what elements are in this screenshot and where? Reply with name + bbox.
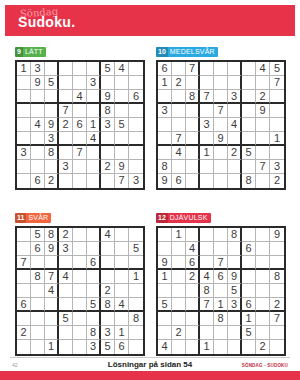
sudoku-cell-r9c7 (101, 174, 115, 188)
sudoku-cell-r1c6: 8 (228, 228, 242, 242)
sudoku-cell-r7c8 (256, 146, 270, 160)
sudoku-cell-r9c4 (59, 340, 73, 354)
sudoku-cell-r1c4 (59, 62, 73, 76)
sudoku-cell-r2c1: 1 (158, 76, 172, 90)
sudoku-cell-r8c4 (200, 326, 214, 340)
sudoku-cell-r8c9 (129, 326, 143, 340)
sudoku-cell-r7c8 (256, 312, 270, 326)
difficulty-label: LÄTT (23, 47, 46, 57)
sudoku-cell-r4c3 (186, 104, 200, 118)
sudoku-cell-r2c6 (228, 242, 242, 256)
sudoku-cell-r6c1 (17, 132, 31, 146)
sudoku-cell-r7c9: 8 (129, 312, 143, 326)
sudoku-cell-r9c9 (270, 340, 284, 354)
sudoku-cell-r6c8: 4 (115, 298, 129, 312)
sudoku-cell-r6c3 (186, 132, 200, 146)
sudoku-cell-r1c4: 2 (59, 228, 73, 242)
sudoku-cell-r4c5 (73, 104, 87, 118)
sudoku-cell-r2c7 (242, 76, 256, 90)
sudoku-cell-r7c4: 1 (200, 146, 214, 160)
sudoku-cell-r5c9 (270, 118, 284, 132)
sudoku-cell-r9c5 (214, 174, 228, 188)
sudoku-cell-r3c7 (242, 256, 256, 270)
sudoku-cell-r6c5 (73, 298, 87, 312)
sudoku-cell-r5c2 (172, 284, 186, 298)
difficulty-label: DJÄVULSK (168, 213, 211, 223)
sudoku-cell-r1c5 (73, 228, 87, 242)
sudoku-cell-r3c4 (200, 256, 214, 270)
sudoku-cell-r3c2 (31, 90, 45, 104)
sudoku-cell-r3c6 (87, 90, 101, 104)
sudoku-cell-r3c9 (270, 90, 284, 104)
sudoku-cell-r4c7 (242, 104, 256, 118)
sudoku-cell-r6c7: 6 (242, 298, 256, 312)
sudoku-cell-r4c2 (172, 104, 186, 118)
sudoku-cell-r4c4: 4 (59, 270, 73, 284)
sudoku-cell-r9c5 (73, 340, 87, 354)
puzzle-11-svar: 11 SVÅR 582469357687414265845828311356 (15, 206, 145, 356)
sudoku-cell-r8c3 (186, 160, 200, 174)
sudoku-cell-r5c1 (158, 118, 172, 132)
sudoku-cell-r7c9 (129, 146, 143, 160)
sudoku-cell-r1c1 (17, 228, 31, 242)
sudoku-cell-r7c4: 5 (59, 312, 73, 326)
sudoku-cell-r4c8 (115, 270, 129, 284)
sudoku-cell-r1c1: 6 (158, 62, 172, 76)
sudoku-cell-r8c1: 8 (158, 160, 172, 174)
sudoku-cell-r9c9: 2 (270, 174, 284, 188)
sudoku-cell-r5c8 (115, 284, 129, 298)
sudoku-cell-r6c1 (158, 132, 172, 146)
sudoku-cell-r7c5 (73, 312, 87, 326)
sudoku-cell-r5c3: 4 (45, 284, 59, 298)
sudoku-cell-r9c5 (214, 340, 228, 354)
sudoku-cell-r1c3 (186, 228, 200, 242)
sudoku-cell-r8c4: 3 (59, 160, 73, 174)
sudoku-cell-r8c9 (270, 326, 284, 340)
sudoku-cell-r3c5 (214, 90, 228, 104)
sudoku-cell-r6c3 (45, 298, 59, 312)
sudoku-cell-r7c2 (31, 312, 45, 326)
sudoku-cell-r3c1: 9 (158, 256, 172, 270)
sudoku-cell-r3c1 (17, 90, 31, 104)
sudoku-cell-r5c5: 6 (73, 118, 87, 132)
sudoku-cell-r4c2 (172, 270, 186, 284)
sudoku-cell-r7c4 (200, 312, 214, 326)
sudoku-cell-r5c9 (270, 284, 284, 298)
sudoku-cell-r7c7 (101, 146, 115, 160)
sudoku-cell-r8c4 (59, 326, 73, 340)
sudoku-cell-r8c5 (73, 160, 87, 174)
sudoku-cell-r5c2: 4 (31, 118, 45, 132)
sudoku-cell-r7c6 (87, 146, 101, 160)
sudoku-cell-r3c1 (158, 90, 172, 104)
sudoku-cell-r5c1 (158, 284, 172, 298)
sudoku-cell-r3c2 (172, 256, 186, 270)
sudoku-cell-r3c5 (73, 256, 87, 270)
sudoku-cell-r8c6: 8 (87, 326, 101, 340)
sudoku-cell-r5c4: 3 (200, 118, 214, 132)
sudoku-cell-r8c8 (256, 326, 270, 340)
sudoku-cell-r6c2 (31, 132, 45, 146)
puzzle-9-latt: 9 LÄTT 1354953496784926135343873296273 (15, 40, 145, 190)
sudoku-cell-r9c9 (129, 340, 143, 354)
sudoku-cell-r2c7 (101, 76, 115, 90)
difficulty-badge: 11 SVÅR (15, 213, 51, 223)
sudoku-cell-r2c3: 5 (45, 76, 59, 90)
sudoku-cell-r1c4 (200, 228, 214, 242)
sudoku-cell-r9c7: 8 (242, 174, 256, 188)
sudoku-cell-r6c9: 2 (270, 298, 284, 312)
footer-credit: SÖNDAG · SUDOKU (242, 363, 288, 368)
sudoku-cell-r2c4 (200, 76, 214, 90)
sudoku-cell-r4c6: 9 (228, 270, 242, 284)
bottom-red-bar (0, 371, 300, 380)
sudoku-cell-r3c8 (115, 256, 129, 270)
sudoku-cell-r1c7 (242, 228, 256, 242)
difficulty-label: SVÅR (26, 213, 51, 223)
sudoku-cell-r9c3: 2 (45, 174, 59, 188)
sudoku-cell-r3c6 (228, 256, 242, 270)
sudoku-cell-r2c6 (228, 76, 242, 90)
sudoku-cell-r6c3 (186, 298, 200, 312)
sudoku-cell-r4c1: 1 (158, 270, 172, 284)
sudoku-cell-r4c4: 7 (59, 104, 73, 118)
sudoku-cell-r1c5 (214, 228, 228, 242)
sudoku-cell-r3c2 (172, 90, 186, 104)
sudoku-cell-r2c4 (59, 76, 73, 90)
sudoku-cell-r9c1: 4 (158, 340, 172, 354)
sudoku-cell-r8c5 (214, 326, 228, 340)
sudoku-cell-r8c9 (129, 160, 143, 174)
puzzle-number: 11 (15, 213, 26, 223)
sudoku-cell-r8c2 (31, 160, 45, 174)
sudoku-cell-r4c8 (256, 270, 270, 284)
sudoku-cell-r9c6 (228, 340, 242, 354)
sudoku-cell-r2c3: 4 (186, 242, 200, 256)
sudoku-cell-r1c9: 9 (270, 228, 284, 242)
sudoku-cell-r6c3: 3 (45, 132, 59, 146)
sudoku-cell-r1c6 (87, 228, 101, 242)
sudoku-cell-r7c2 (31, 146, 45, 160)
sudoku-cell-r8c1 (17, 160, 31, 174)
sudoku-cell-r3c2 (31, 256, 45, 270)
sudoku-cell-r3c7 (101, 256, 115, 270)
sudoku-cell-r2c3: 9 (45, 242, 59, 256)
sudoku-cell-r2c2: 2 (172, 76, 186, 90)
footer-divider (10, 357, 290, 358)
sudoku-cell-r2c5 (214, 76, 228, 90)
sudoku-cell-r2c9: 5 (129, 242, 143, 256)
sudoku-cell-r8c9: 3 (270, 160, 284, 174)
sudoku-cell-r2c1 (17, 76, 31, 90)
sudoku-cell-r7c3 (186, 312, 200, 326)
sudoku-cell-r4c1 (17, 104, 31, 118)
sudoku-cell-r2c6 (87, 242, 101, 256)
sudoku-cell-r6c6: 4 (87, 132, 101, 146)
sudoku-cell-r9c9: 3 (129, 174, 143, 188)
sudoku-cell-r7c5: 8 (214, 312, 228, 326)
sudoku-cell-r8c5 (214, 160, 228, 174)
sudoku-cell-r5c6: 5 (228, 284, 242, 298)
sudoku-cell-r5c4: 2 (59, 118, 73, 132)
sudoku-cell-r3c9 (270, 256, 284, 270)
sudoku-cell-r5c8 (256, 284, 270, 298)
sudoku-cell-r1c7: 5 (101, 62, 115, 76)
sudoku-cell-r2c8 (256, 242, 270, 256)
sudoku-cell-r9c3 (186, 174, 200, 188)
sudoku-cell-r3c8: 2 (256, 90, 270, 104)
sudoku-cell-r9c8 (256, 174, 270, 188)
sudoku-cell-r2c2: 9 (31, 76, 45, 90)
sudoku-cell-r7c6 (87, 312, 101, 326)
sudoku-cell-r3c8 (256, 256, 270, 270)
sudoku-cell-r3c6: 6 (87, 256, 101, 270)
sudoku-cell-r7c5: 7 (73, 146, 87, 160)
sudoku-cell-r4c2 (31, 104, 45, 118)
sudoku-cell-r1c3: 7 (186, 62, 200, 76)
sudoku-cell-r6c8 (256, 298, 270, 312)
sudoku-cell-r6c6 (228, 132, 242, 146)
sudoku-cell-r8c5 (73, 326, 87, 340)
sudoku-cell-r4c9: 8 (270, 270, 284, 284)
sudoku-cell-r1c8: 4 (256, 62, 270, 76)
sudoku-cell-r9c8: 2 (256, 340, 270, 354)
sudoku-cell-r2c4 (200, 242, 214, 256)
sudoku-cell-r8c4 (200, 160, 214, 174)
sudoku-cell-r1c7: 4 (101, 228, 115, 242)
sudoku-cell-r6c8 (115, 132, 129, 146)
sudoku-cell-r8c6 (228, 160, 242, 174)
sudoku-cell-r7c1 (17, 312, 31, 326)
sudoku-cell-r6c5 (73, 132, 87, 146)
sudoku-cell-r6c5: 9 (214, 132, 228, 146)
sudoku-cell-r9c6: 3 (87, 340, 101, 354)
masthead-title: Sudoku. (18, 14, 75, 30)
sudoku-cell-r8c7: 2 (101, 160, 115, 174)
sudoku-cell-r2c5 (214, 242, 228, 256)
sudoku-cell-r9c8: 6 (115, 340, 129, 354)
sudoku-cell-r3c9: 6 (129, 90, 143, 104)
sudoku-cell-r4c4 (200, 104, 214, 118)
sudoku-cell-r7c1 (158, 146, 172, 160)
sudoku-cell-r5c6: 1 (87, 118, 101, 132)
sudoku-cell-r3c4 (59, 256, 73, 270)
sudoku-cell-r8c8: 1 (115, 326, 129, 340)
sudoku-cell-r1c9 (129, 62, 143, 76)
sudoku-cell-r9c3 (186, 340, 200, 354)
sudoku-cell-r9c6 (228, 174, 242, 188)
sudoku-cell-r7c7: 1 (242, 312, 256, 326)
sudoku-cell-r7c1: 3 (17, 146, 31, 160)
sudoku-cell-r6c9 (129, 132, 143, 146)
sudoku-cell-r2c3 (186, 76, 200, 90)
sudoku-cell-r1c2: 3 (31, 62, 45, 76)
sudoku-cell-r8c2 (31, 326, 45, 340)
sudoku-cell-r7c6: 2 (228, 146, 242, 160)
sudoku-cell-r4c7: 8 (101, 104, 115, 118)
sudoku-cell-r6c6: 5 (87, 298, 101, 312)
sudoku-cell-r4c5: 6 (214, 270, 228, 284)
sudoku-cell-r6c4 (59, 298, 73, 312)
sudoku-cell-r1c7 (242, 62, 256, 76)
sudoku-cell-r7c1 (158, 312, 172, 326)
sudoku-cell-r2c7 (101, 242, 115, 256)
sudoku-cell-r5c7 (242, 284, 256, 298)
sudoku-cell-r6c7 (242, 132, 256, 146)
sudoku-cell-r6c2 (172, 298, 186, 312)
sudoku-cell-r5c3 (186, 284, 200, 298)
sudoku-cell-r5c5 (214, 118, 228, 132)
sudoku-cell-r4c6 (87, 104, 101, 118)
sudoku-cell-r4c9: 1 (129, 270, 143, 284)
sudoku-cell-r3c7 (242, 90, 256, 104)
sudoku-cell-r9c4 (200, 174, 214, 188)
sudoku-cell-r1c1: 1 (17, 62, 31, 76)
sudoku-cell-r3c3 (45, 90, 59, 104)
difficulty-badge: 12 DJÄVULSK (156, 213, 211, 223)
sudoku-cell-r8c3 (45, 160, 59, 174)
sudoku-cell-r4c7 (242, 270, 256, 284)
sudoku-cell-r5c2 (31, 284, 45, 298)
sudoku-cell-r5c2 (172, 118, 186, 132)
sudoku-cell-r1c6 (87, 62, 101, 76)
sudoku-cell-r5c8 (256, 118, 270, 132)
sudoku-cell-r7c3 (45, 312, 59, 326)
sudoku-cell-r4c4: 4 (200, 270, 214, 284)
sudoku-grid-10: 674512787323793479141258739682 (156, 60, 286, 190)
sudoku-cell-r8c2 (172, 160, 186, 174)
sudoku-cell-r1c4 (200, 62, 214, 76)
sudoku-cell-r6c9: 1 (270, 132, 284, 146)
sudoku-cell-r6c2 (31, 298, 45, 312)
sudoku-cell-r4c2: 8 (31, 270, 45, 284)
sudoku-cell-r9c6 (87, 174, 101, 188)
sudoku-cell-r4c8: 9 (256, 104, 270, 118)
sudoku-cell-r7c7: 5 (242, 146, 256, 160)
sudoku-cell-r5c1 (17, 118, 31, 132)
puzzle-number: 9 (15, 47, 23, 57)
sudoku-cell-r5c5 (214, 284, 228, 298)
sudoku-cell-r1c9 (129, 228, 143, 242)
sudoku-cell-r3c5: 7 (214, 256, 228, 270)
sudoku-cell-r4c5 (73, 270, 87, 284)
sudoku-cell-r1c2: 5 (31, 228, 45, 242)
sudoku-grid-11: 582469357687414265845828311356 (15, 226, 145, 356)
sudoku-cell-r4c1 (17, 270, 31, 284)
sudoku-cell-r6c8 (256, 132, 270, 146)
sudoku-cell-r2c9 (270, 242, 284, 256)
sudoku-cell-r2c9: 7 (270, 76, 284, 90)
sudoku-cell-r2c2: 6 (31, 242, 45, 256)
puzzle-number: 12 (156, 213, 168, 223)
sudoku-cell-r7c3: 8 (45, 146, 59, 160)
sudoku-cell-r8c6 (87, 160, 101, 174)
sudoku-grid-12: 189469671246988557136281725412 (156, 226, 286, 356)
sudoku-cell-r8c3 (45, 326, 59, 340)
sudoku-cell-r1c6 (228, 62, 242, 76)
sudoku-cell-r5c9 (129, 118, 143, 132)
sudoku-cell-r8c8: 9 (115, 160, 129, 174)
sudoku-cell-r6c9 (129, 298, 143, 312)
sudoku-cell-r7c9 (270, 146, 284, 160)
sudoku-cell-r8c6 (228, 326, 242, 340)
sudoku-cell-r4c3: 2 (186, 270, 200, 284)
sudoku-cell-r4c7 (101, 270, 115, 284)
sudoku-cell-r5c7: 2 (101, 284, 115, 298)
sudoku-cell-r4c3: 7 (45, 270, 59, 284)
sudoku-cell-r1c8 (115, 228, 129, 242)
masthead-banner: Söndag Sudoku. (5, 5, 295, 36)
sudoku-cell-r3c7: 9 (101, 90, 115, 104)
sudoku-cell-r2c7: 6 (242, 242, 256, 256)
sudoku-cell-r8c2: 2 (172, 326, 186, 340)
sudoku-cell-r6c2: 7 (172, 132, 186, 146)
sudoku-cell-r1c1 (158, 228, 172, 242)
difficulty-label: MEDELSVÅR (168, 47, 218, 57)
sudoku-cell-r2c9 (129, 76, 143, 90)
sudoku-cell-r9c7 (242, 340, 256, 354)
sudoku-cell-r2c4: 3 (59, 242, 73, 256)
sudoku-cell-r9c1: 9 (158, 174, 172, 188)
puzzle-12-djavulsk: 12 DJÄVULSK 1894696712469885571362817254… (156, 206, 286, 356)
sudoku-cell-r9c1 (17, 174, 31, 188)
sudoku-cell-r5c6: 4 (228, 118, 242, 132)
sudoku-cell-r8c1: 2 (17, 326, 31, 340)
puzzle-number: 10 (156, 47, 168, 57)
sudoku-cell-r6c6: 3 (228, 298, 242, 312)
sudoku-cell-r2c8 (256, 76, 270, 90)
sudoku-cell-r8c7: 5 (242, 326, 256, 340)
sudoku-cell-r4c9 (270, 104, 284, 118)
sudoku-cell-r7c2 (172, 312, 186, 326)
sudoku-cell-r5c4 (59, 284, 73, 298)
sudoku-cell-r7c5 (214, 146, 228, 160)
sudoku-cell-r5c4: 8 (200, 284, 214, 298)
difficulty-badge: 9 LÄTT (15, 47, 46, 57)
sudoku-cell-r7c8 (115, 146, 129, 160)
sudoku-page: Söndag Sudoku. 9 LÄTT 135495349678492613… (0, 0, 300, 380)
sudoku-cell-r4c8 (115, 104, 129, 118)
sudoku-cell-r6c7 (101, 132, 115, 146)
sudoku-cell-r1c8: 4 (115, 62, 129, 76)
sudoku-cell-r8c7: 3 (101, 326, 115, 340)
sudoku-cell-r4c6 (228, 104, 242, 118)
sudoku-cell-r2c5 (73, 242, 87, 256)
sudoku-cell-r9c2 (172, 340, 186, 354)
sudoku-cell-r2c8 (115, 242, 129, 256)
sudoku-cell-r4c9 (129, 104, 143, 118)
sudoku-cell-r5c3: 9 (45, 118, 59, 132)
sudoku-cell-r7c6 (228, 312, 242, 326)
sudoku-cell-r5c1 (17, 284, 31, 298)
puzzle-10-medelsvar: 10 MEDELSVÅR 674512787323793479141258739… (156, 40, 286, 190)
sudoku-cell-r2c5 (73, 76, 87, 90)
sudoku-cell-r5c3 (186, 118, 200, 132)
sudoku-cell-r5c7: 3 (101, 118, 115, 132)
sudoku-cell-r5c7 (242, 118, 256, 132)
sudoku-cell-r5c5 (73, 284, 87, 298)
sudoku-cell-r4c3 (45, 104, 59, 118)
sudoku-cell-r3c4 (59, 90, 73, 104)
sudoku-cell-r2c1 (17, 242, 31, 256)
sudoku-cell-r5c8: 5 (115, 118, 129, 132)
sudoku-cell-r9c7: 5 (101, 340, 115, 354)
sudoku-cell-r8c7 (242, 160, 256, 174)
sudoku-cell-r7c7 (101, 312, 115, 326)
sudoku-cell-r1c3: 8 (45, 228, 59, 242)
sudoku-cell-r7c9: 7 (270, 312, 284, 326)
